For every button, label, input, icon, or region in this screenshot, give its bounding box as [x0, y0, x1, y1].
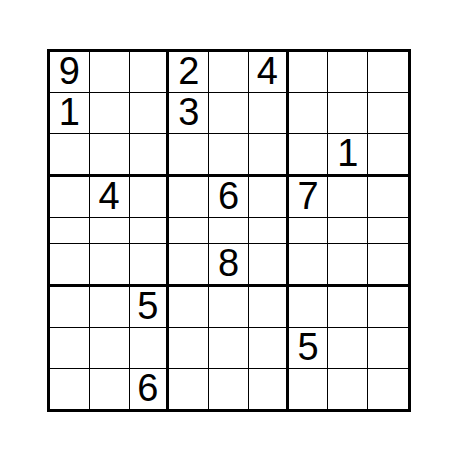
cell-r4c3[interactable] [130, 177, 170, 218]
cell-r9c2[interactable] [90, 369, 130, 409]
cell-r1c6[interactable]: 4 [249, 52, 289, 93]
cell-r2c2[interactable] [90, 93, 130, 134]
cell-r6c4[interactable] [169, 244, 209, 287]
cell-r8c8[interactable] [328, 328, 368, 369]
cell-r5c9[interactable] [368, 218, 408, 244]
cell-r1c7[interactable] [289, 52, 329, 93]
cell-r7c1[interactable] [50, 287, 90, 328]
cell-r1c8[interactable] [328, 52, 368, 93]
sudoku-board: 9241314678556 [47, 49, 411, 412]
cell-r6c3[interactable] [130, 244, 170, 287]
cell-r4c7[interactable]: 7 [289, 177, 329, 218]
cell-r7c8[interactable] [328, 287, 368, 328]
cell-r1c4[interactable]: 2 [169, 52, 209, 93]
cell-r2c3[interactable] [130, 93, 170, 134]
cell-r6c8[interactable] [328, 244, 368, 287]
cell-r5c2[interactable] [90, 218, 130, 244]
cell-r3c8[interactable]: 1 [328, 134, 368, 177]
cell-r5c8[interactable] [328, 218, 368, 244]
cell-r4c2[interactable]: 4 [90, 177, 130, 218]
cell-r6c5[interactable]: 8 [209, 244, 249, 287]
cell-r3c1[interactable] [50, 134, 90, 177]
cell-r8c4[interactable] [169, 328, 209, 369]
cell-r7c4[interactable] [169, 287, 209, 328]
cell-r1c2[interactable] [90, 52, 130, 93]
cell-r6c1[interactable] [50, 244, 90, 287]
cell-r3c4[interactable] [169, 134, 209, 177]
cell-r2c8[interactable] [328, 93, 368, 134]
cell-r3c3[interactable] [130, 134, 170, 177]
cell-r5c4[interactable] [169, 218, 209, 244]
cell-r9c9[interactable] [368, 369, 408, 409]
cell-r5c5[interactable] [209, 218, 249, 244]
cell-r2c4[interactable]: 3 [169, 93, 209, 134]
cell-r8c9[interactable] [368, 328, 408, 369]
cell-r8c6[interactable] [249, 328, 289, 369]
cell-r9c3[interactable]: 6 [130, 369, 170, 409]
cell-r7c5[interactable] [209, 287, 249, 328]
cell-r8c2[interactable] [90, 328, 130, 369]
cell-r8c3[interactable] [130, 328, 170, 369]
cell-r9c4[interactable] [169, 369, 209, 409]
cell-r7c7[interactable] [289, 287, 329, 328]
cell-r7c6[interactable] [249, 287, 289, 328]
cell-r4c9[interactable] [368, 177, 408, 218]
sudoku-page: 9241314678556 [0, 0, 450, 450]
cell-r6c9[interactable] [368, 244, 408, 287]
cell-r7c3[interactable]: 5 [130, 287, 170, 328]
cell-r1c5[interactable] [209, 52, 249, 93]
cell-r4c8[interactable] [328, 177, 368, 218]
cell-r6c6[interactable] [249, 244, 289, 287]
cell-r2c1[interactable]: 1 [50, 93, 90, 134]
cell-r3c9[interactable] [368, 134, 408, 177]
cell-r2c6[interactable] [249, 93, 289, 134]
cell-r8c7[interactable]: 5 [289, 328, 329, 369]
cell-r4c6[interactable] [249, 177, 289, 218]
cell-r9c1[interactable] [50, 369, 90, 409]
cell-r2c7[interactable] [289, 93, 329, 134]
cell-r2c9[interactable] [368, 93, 408, 134]
cell-r3c5[interactable] [209, 134, 249, 177]
cell-r1c9[interactable] [368, 52, 408, 93]
cell-r5c1[interactable] [50, 218, 90, 244]
cell-r4c1[interactable] [50, 177, 90, 218]
cell-r8c1[interactable] [50, 328, 90, 369]
cell-r1c1[interactable]: 9 [50, 52, 90, 93]
cell-r7c2[interactable] [90, 287, 130, 328]
cell-r9c6[interactable] [249, 369, 289, 409]
cell-r9c5[interactable] [209, 369, 249, 409]
cell-r4c5[interactable]: 6 [209, 177, 249, 218]
cell-r7c9[interactable] [368, 287, 408, 328]
cell-r3c6[interactable] [249, 134, 289, 177]
cell-r5c7[interactable] [289, 218, 329, 244]
cell-r9c7[interactable] [289, 369, 329, 409]
cell-r8c5[interactable] [209, 328, 249, 369]
cell-r2c5[interactable] [209, 93, 249, 134]
cell-r3c7[interactable] [289, 134, 329, 177]
cell-r5c6[interactable] [249, 218, 289, 244]
cell-r9c8[interactable] [328, 369, 368, 409]
cell-r3c2[interactable] [90, 134, 130, 177]
cell-r5c3[interactable] [130, 218, 170, 244]
cell-r6c7[interactable] [289, 244, 329, 287]
cell-r1c3[interactable] [130, 52, 170, 93]
cell-r4c4[interactable] [169, 177, 209, 218]
cell-r6c2[interactable] [90, 244, 130, 287]
